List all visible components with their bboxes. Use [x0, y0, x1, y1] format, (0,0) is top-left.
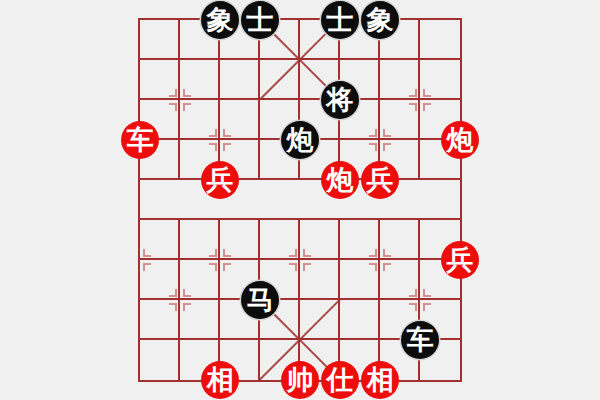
- piece-black-horse[interactable]: 马: [241, 281, 279, 319]
- piece-black-chariot[interactable]: 车: [401, 321, 439, 359]
- xiangqi-board: 象士士象将车炮炮兵炮兵兵马车相帅仕相: [140, 20, 460, 380]
- piece-black-advisor-1[interactable]: 士: [241, 1, 279, 39]
- piece-red-advisor[interactable]: 仕: [321, 361, 359, 399]
- piece-red-soldier-1[interactable]: 兵: [201, 161, 239, 199]
- piece-red-chariot[interactable]: 车: [121, 121, 159, 159]
- app-stage: 象士士象将车炮炮兵炮兵兵马车相帅仕相: [0, 0, 600, 400]
- piece-layer: 象士士象将车炮炮兵炮兵兵马车相帅仕相: [140, 20, 460, 380]
- piece-black-advisor-2[interactable]: 士: [321, 1, 359, 39]
- piece-red-soldier-3[interactable]: 兵: [441, 241, 479, 279]
- piece-red-cannon-1[interactable]: 炮: [441, 121, 479, 159]
- piece-red-elephant-2[interactable]: 相: [361, 361, 399, 399]
- piece-red-general[interactable]: 帅: [281, 361, 319, 399]
- piece-black-general[interactable]: 将: [321, 81, 359, 119]
- piece-black-elephant-2[interactable]: 象: [361, 1, 399, 39]
- piece-red-elephant-1[interactable]: 相: [201, 361, 239, 399]
- piece-black-elephant-1[interactable]: 象: [201, 1, 239, 39]
- piece-black-cannon[interactable]: 炮: [281, 121, 319, 159]
- piece-red-cannon-2[interactable]: 炮: [321, 161, 359, 199]
- piece-red-soldier-2[interactable]: 兵: [361, 161, 399, 199]
